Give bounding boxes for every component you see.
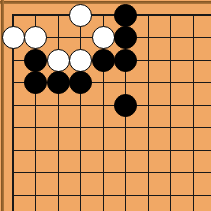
- goban[interactable]: [0, 0, 211, 211]
- black-stone[interactable]: [114, 4, 137, 27]
- grid-line-horizontal: [12, 150, 211, 151]
- black-stone[interactable]: [114, 94, 137, 117]
- white-stone[interactable]: [24, 26, 47, 49]
- grid-line-horizontal: [12, 105, 211, 106]
- grid-line-vertical: [148, 14, 149, 211]
- black-stone[interactable]: [24, 71, 47, 94]
- black-stone[interactable]: [114, 49, 137, 72]
- black-stone[interactable]: [24, 49, 47, 72]
- grid-line-horizontal: [12, 127, 211, 128]
- white-stone[interactable]: [69, 49, 92, 72]
- white-stone[interactable]: [69, 4, 92, 27]
- grid-line-horizontal: [12, 195, 211, 196]
- white-stone[interactable]: [92, 26, 115, 49]
- grid-line-vertical: [80, 14, 81, 211]
- black-stone[interactable]: [114, 26, 137, 49]
- grid-line-vertical: [58, 14, 59, 211]
- go-diagram: [0, 0, 211, 211]
- black-stone[interactable]: [69, 71, 92, 94]
- grid-line-vertical: [170, 14, 171, 211]
- white-stone[interactable]: [47, 49, 70, 72]
- black-stone[interactable]: [92, 49, 115, 72]
- grid-line-vertical: [193, 14, 194, 211]
- black-stone[interactable]: [47, 71, 70, 94]
- grid-line-horizontal: [12, 172, 211, 173]
- grid-line-horizontal: [12, 14, 211, 16]
- white-stone[interactable]: [2, 26, 25, 49]
